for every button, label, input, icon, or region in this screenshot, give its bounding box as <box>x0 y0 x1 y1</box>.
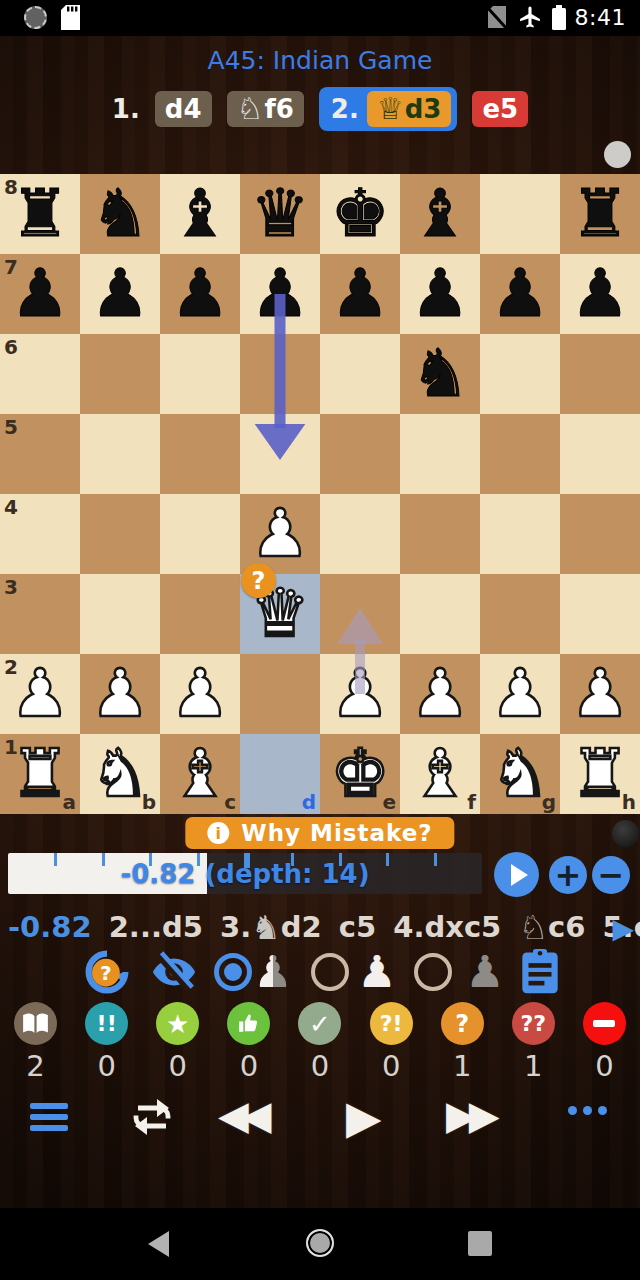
engine-line-blue: -0.82 <box>8 910 92 944</box>
black-rook: ♜ <box>570 174 629 254</box>
play-icon <box>511 864 528 886</box>
android-navbar <box>0 1208 640 1280</box>
black-queen: ♛ <box>250 174 309 254</box>
engine-line-figf: ♞ <box>251 908 281 947</box>
black-pawn: ♟ <box>570 254 629 334</box>
rewind-button[interactable]: ◀◀ <box>218 1092 264 1138</box>
battery-icon <box>552 5 566 30</box>
airplane-mode-icon <box>518 4 543 30</box>
square-e5[interactable] <box>320 414 400 494</box>
dubious-icon: ?! <box>370 1002 413 1045</box>
square-b8[interactable]: ♞ <box>80 174 160 254</box>
engine-line-expand-icon[interactable]: ▶ <box>612 912 634 945</box>
square-h2[interactable]: ♟ <box>560 654 640 734</box>
sync-circle-icon <box>24 6 47 29</box>
square-g7[interactable]: ♟ <box>480 254 560 334</box>
file-label: c <box>224 790 236 814</box>
square-b3[interactable] <box>80 574 160 654</box>
square-h6[interactable] <box>560 334 640 414</box>
file-label: h <box>622 790 636 814</box>
square-c6[interactable] <box>160 334 240 414</box>
depth-plus-button[interactable]: + <box>549 856 587 894</box>
rank-label: 1 <box>4 735 18 759</box>
repeat-icon <box>126 1094 178 1140</box>
square-g2[interactable]: ♟ <box>480 654 560 734</box>
why-mistake-label: Why Mistake? <box>241 820 432 846</box>
chess-board[interactable]: 8♜♞♝♛♚♝♜7♟♟♟♟♟♟♟♟6♞54♟3♛2♟♟♟♟♟♟♟1a♜b♞c♝d… <box>0 174 640 814</box>
square-h5[interactable] <box>560 414 640 494</box>
rank-label: 8 <box>4 175 18 199</box>
black-bishop: ♝ <box>410 174 469 254</box>
engine-line-moves: d2 c5 4.dxc5 <box>281 910 519 944</box>
annotation-good-move[interactable]: 0 <box>213 1002 284 1083</box>
white-pawn: ♟ <box>330 654 389 734</box>
black-rook: ♜ <box>10 174 69 254</box>
ok-move-icon: ✓ <box>298 1002 341 1045</box>
square-h8[interactable]: ♜ <box>560 174 640 254</box>
black-pawn: ♟ <box>330 254 389 334</box>
engine-play-button[interactable] <box>494 852 539 897</box>
square-g3[interactable] <box>480 574 560 654</box>
move-list: 1.d4♘f62.♕d3e5 <box>0 84 640 134</box>
move-number: 2. <box>331 94 359 124</box>
current-move-highlight[interactable]: 2.♕d3 <box>319 87 458 131</box>
ellipsis-icon <box>568 1106 577 1115</box>
white-queen: ♛ <box>250 574 309 654</box>
rank-label: 4 <box>4 495 18 519</box>
square-a6[interactable]: 6 <box>0 334 80 414</box>
pawn-black-icon[interactable]: ♟ <box>463 948 507 996</box>
square-e7[interactable]: ♟ <box>320 254 400 334</box>
square-b5[interactable] <box>80 414 160 494</box>
square-b1[interactable]: b♞ <box>80 734 160 814</box>
square-e6[interactable] <box>320 334 400 414</box>
side-handle-top[interactable] <box>604 141 631 168</box>
black-knight: ♞ <box>410 334 469 414</box>
white-pawn: ♟ <box>170 654 229 734</box>
status-bar: 8:41 <box>0 0 640 36</box>
square-e1[interactable]: e♚ <box>320 734 400 814</box>
square-f5[interactable] <box>400 414 480 494</box>
black-pawn: ♟ <box>490 254 549 334</box>
mistake-icon: ? <box>441 1002 484 1045</box>
square-a1[interactable]: 1a♜ <box>0 734 80 814</box>
square-c7[interactable]: ♟ <box>160 254 240 334</box>
square-f7[interactable]: ♟ <box>400 254 480 334</box>
fast-forward-button[interactable]: ▶▶ <box>446 1092 492 1138</box>
annotation-count: 0 <box>311 1049 329 1083</box>
square-h4[interactable] <box>560 494 640 574</box>
white-pawn: ♟ <box>410 654 469 734</box>
annotation-book[interactable]: 2 <box>0 1002 71 1083</box>
square-f3[interactable] <box>400 574 480 654</box>
square-e2[interactable]: ♟ <box>320 654 400 734</box>
repeat-button[interactable] <box>126 1094 178 1140</box>
square-h7[interactable]: ♟ <box>560 254 640 334</box>
square-g1[interactable]: g♞ <box>480 734 560 814</box>
play-button[interactable]: ▶ <box>346 1090 381 1144</box>
white-pawn: ♟ <box>10 654 69 734</box>
annotation-count: 0 <box>382 1049 400 1083</box>
black-pawn: ♟ <box>10 254 69 334</box>
square-c3[interactable] <box>160 574 240 654</box>
radio-white[interactable] <box>310 952 350 992</box>
book-icon <box>14 1002 57 1045</box>
square-e3[interactable] <box>320 574 400 654</box>
radio-black[interactable] <box>413 952 453 992</box>
white-bishop: ♝ <box>410 734 469 814</box>
move-badge-d4[interactable]: d4 <box>155 91 212 127</box>
refresh-question-toggle[interactable]: ? <box>85 948 129 996</box>
black-bishop: ♝ <box>170 174 229 254</box>
square-a8[interactable]: 8♜ <box>0 174 80 254</box>
radio-both-selected[interactable] <box>213 952 253 992</box>
rank-label: 2 <box>4 655 18 679</box>
square-f1[interactable]: f♝ <box>400 734 480 814</box>
star-icon: ★ <box>156 1002 199 1045</box>
annotation-count: 2 <box>26 1049 44 1083</box>
annotation-count: 0 <box>595 1049 613 1083</box>
why-mistake-button[interactable]: i Why Mistake? <box>185 817 454 849</box>
square-f8[interactable]: ♝ <box>400 174 480 254</box>
more-button[interactable] <box>568 1106 607 1115</box>
square-a5[interactable]: 5 <box>0 414 80 494</box>
annotation-counters: 2!!0★00✓0?!0?1??10 <box>0 1002 640 1083</box>
black-pawn: ♟ <box>250 254 309 334</box>
info-icon: i <box>207 822 229 844</box>
minus-icon: − <box>598 858 625 892</box>
square-b2[interactable]: ♟ <box>80 654 160 734</box>
white-rook: ♜ <box>10 734 69 814</box>
annotation-count: 0 <box>240 1049 258 1083</box>
pawn-split-icon[interactable]: ♟ <box>251 948 295 996</box>
white-pawn: ♟ <box>490 654 549 734</box>
annotation-forbidden[interactable]: 0 <box>569 1002 640 1083</box>
square-b6[interactable] <box>80 334 160 414</box>
engine-line-moves: 2...d5 3. <box>92 910 252 944</box>
android-recents-button[interactable] <box>468 1231 492 1256</box>
black-king: ♚ <box>330 174 389 254</box>
square-f6[interactable]: ♞ <box>400 334 480 414</box>
android-home-button[interactable] <box>306 1229 334 1257</box>
pawn-white-icon[interactable]: ♟ <box>355 948 399 996</box>
square-d4[interactable]: ♟ <box>240 494 320 574</box>
square-g4[interactable] <box>480 494 560 574</box>
square-d5[interactable] <box>240 414 320 494</box>
opening-title: A45: Indian Game <box>0 46 640 75</box>
square-f4[interactable] <box>400 494 480 574</box>
square-c1[interactable]: c♝ <box>160 734 240 814</box>
eye-off-toggle[interactable] <box>151 950 197 994</box>
square-d2[interactable] <box>240 654 320 734</box>
white-bishop: ♝ <box>170 734 229 814</box>
move-badge-d3[interactable]: ♕d3 <box>367 91 452 127</box>
file-label: f <box>467 790 476 814</box>
black-knight: ♞ <box>90 174 149 254</box>
move-badge-f6[interactable]: ♘f6 <box>227 91 304 127</box>
app-screen: 8:41 A45: Indian Game 1.d4♘f62.♕d3e5 8♜♞… <box>0 0 640 1280</box>
rank-label: 5 <box>4 415 18 439</box>
file-label: d <box>302 790 316 814</box>
square-f2[interactable]: ♟ <box>400 654 480 734</box>
clipboard-button[interactable] <box>518 948 562 996</box>
square-g8[interactable] <box>480 174 560 254</box>
square-c8[interactable]: ♝ <box>160 174 240 254</box>
square-d6[interactable] <box>240 334 320 414</box>
square-d7[interactable]: ♟ <box>240 254 320 334</box>
square-g5[interactable] <box>480 414 560 494</box>
annotation-count: 1 <box>524 1049 542 1083</box>
svg-text:?: ? <box>100 961 112 985</box>
eval-score-text: -0.82 (depth: 14) <box>8 853 482 894</box>
rank-label: 3 <box>4 575 18 599</box>
square-a3[interactable]: 3 <box>0 574 80 654</box>
annotation-star[interactable]: ★0 <box>142 1002 213 1083</box>
square-e4[interactable] <box>320 494 400 574</box>
file-label: e <box>382 790 396 814</box>
file-label: b <box>142 790 156 814</box>
no-sim-icon <box>485 4 509 30</box>
depth-minus-button[interactable]: − <box>592 856 630 894</box>
figurine-icon: ♘ <box>237 94 264 124</box>
square-h1[interactable]: h♜ <box>560 734 640 814</box>
forbidden-icon <box>583 1002 626 1045</box>
figurine-icon: ♕ <box>377 94 404 124</box>
square-h3[interactable] <box>560 574 640 654</box>
annotation-count: 0 <box>97 1049 115 1083</box>
white-rook: ♜ <box>570 734 629 814</box>
square-b4[interactable] <box>80 494 160 574</box>
annotation-count: 1 <box>453 1049 471 1083</box>
square-a7[interactable]: 7♟ <box>0 254 80 334</box>
file-label: g <box>542 790 556 814</box>
transport-bar: ◀◀ ▶ ▶▶ <box>0 1090 640 1144</box>
black-pawn: ♟ <box>90 254 149 334</box>
white-king: ♚ <box>330 734 389 814</box>
engine-line[interactable]: -0.82 2...d5 3.♞d2 c5 4.dxc5 ♘c6 5.c3 e5… <box>0 906 640 948</box>
blunder-icon: ?? <box>512 1002 555 1045</box>
brilliant-icon: !! <box>85 1002 128 1045</box>
annotation-count: 0 <box>169 1049 187 1083</box>
square-g6[interactable] <box>480 334 560 414</box>
good-move-icon <box>227 1002 270 1045</box>
evaluation-bar[interactable]: -0.82 (depth: 14) <box>8 853 482 894</box>
square-d1[interactable]: d <box>240 734 320 814</box>
side-handle-bottom[interactable] <box>612 820 639 847</box>
annotation-brilliant[interactable]: !!0 <box>71 1002 142 1083</box>
engine-line-figo: ♘ <box>518 908 548 947</box>
clock-time: 8:41 <box>575 5 626 30</box>
square-c2[interactable]: ♟ <box>160 654 240 734</box>
square-d3[interactable]: ♛ <box>240 574 320 654</box>
black-pawn: ♟ <box>170 254 229 334</box>
android-back-button[interactable] <box>148 1231 169 1257</box>
annotation-dubious[interactable]: ?!0 <box>356 1002 427 1083</box>
menu-button[interactable] <box>29 1098 69 1136</box>
file-label: a <box>63 790 77 814</box>
annotation-blunder[interactable]: ??1 <box>498 1002 569 1083</box>
black-pawn: ♟ <box>410 254 469 334</box>
hamburger-icon <box>30 1103 68 1109</box>
square-c4[interactable] <box>160 494 240 574</box>
move-badge-e5[interactable]: e5 <box>472 91 528 127</box>
rank-label: 6 <box>4 335 18 359</box>
white-pawn: ♟ <box>90 654 149 734</box>
square-c5[interactable] <box>160 414 240 494</box>
plus-icon: + <box>555 858 582 892</box>
sd-card-icon <box>61 5 80 30</box>
square-a2[interactable]: 2♟ <box>0 654 80 734</box>
rank-label: 7 <box>4 255 18 279</box>
white-pawn: ♟ <box>250 494 309 574</box>
white-pawn: ♟ <box>570 654 629 734</box>
square-e8[interactable]: ♚ <box>320 174 400 254</box>
square-a4[interactable]: 4 <box>0 494 80 574</box>
move-number: 1. <box>112 94 140 124</box>
square-d8[interactable]: ♛ <box>240 174 320 254</box>
square-b7[interactable]: ♟ <box>80 254 160 334</box>
annotation-ok-move[interactable]: ✓0 <box>284 1002 355 1083</box>
annotation-mistake[interactable]: ?1 <box>427 1002 498 1083</box>
